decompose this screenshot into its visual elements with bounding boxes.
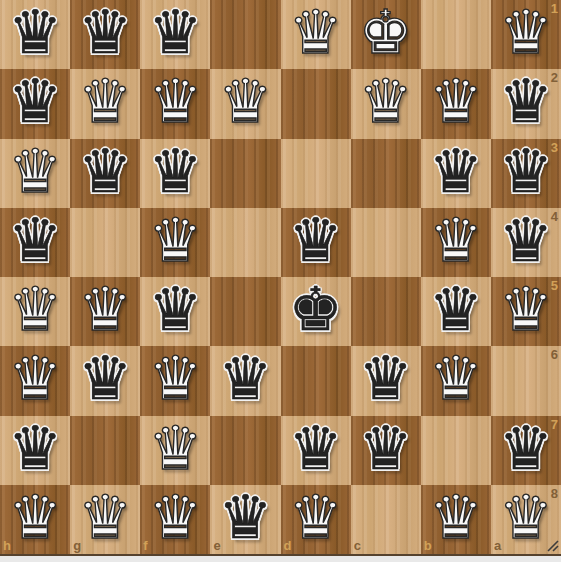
square-f4[interactable]: ♛ (140, 208, 210, 277)
black-king[interactable]: ♚ (289, 277, 343, 344)
white-queen[interactable]: ♛ (148, 69, 202, 136)
square-c6[interactable]: ♛ (351, 346, 421, 415)
black-queen[interactable]: ♛ (8, 0, 62, 67)
black-queen[interactable]: ♛ (219, 346, 273, 413)
white-queen[interactable]: ♛ (289, 0, 343, 67)
square-f5[interactable]: ♛ (140, 277, 210, 346)
black-queen[interactable]: ♛ (148, 0, 202, 67)
black-queen[interactable]: ♛ (499, 69, 553, 136)
square-c5[interactable] (351, 277, 421, 346)
square-h1[interactable]: ♛ (0, 0, 70, 69)
square-e5[interactable] (210, 277, 280, 346)
square-b1[interactable] (421, 0, 491, 69)
square-d6[interactable] (281, 346, 351, 415)
square-g4[interactable] (70, 208, 140, 277)
file-label-b: b (424, 539, 432, 552)
black-queen[interactable]: ♛ (289, 208, 343, 275)
square-b4[interactable]: ♛ (421, 208, 491, 277)
black-queen[interactable]: ♛ (499, 139, 553, 206)
square-a3[interactable]: ♛3 (491, 139, 561, 208)
white-queen[interactable]: ♛ (78, 277, 132, 344)
square-c8[interactable]: c (351, 485, 421, 554)
square-b2[interactable]: ♛ (421, 69, 491, 138)
square-a7[interactable]: ♛7 (491, 416, 561, 485)
file-label-e: e (213, 539, 220, 552)
white-queen[interactable]: ♛ (78, 485, 132, 552)
square-e6[interactable]: ♛ (210, 346, 280, 415)
white-queen[interactable]: ♛ (359, 69, 413, 136)
square-c1[interactable]: ♚ (351, 0, 421, 69)
square-c4[interactable] (351, 208, 421, 277)
square-c3[interactable] (351, 139, 421, 208)
black-queen[interactable]: ♛ (78, 0, 132, 67)
white-queen[interactable]: ♛ (289, 485, 343, 552)
white-queen[interactable]: ♛ (148, 346, 202, 413)
square-d2[interactable] (281, 69, 351, 138)
black-queen[interactable]: ♛ (499, 208, 553, 275)
black-queen[interactable]: ♛ (289, 416, 343, 483)
square-d4[interactable]: ♛ (281, 208, 351, 277)
square-h8[interactable]: ♛h (0, 485, 70, 554)
black-queen[interactable]: ♛ (8, 69, 62, 136)
file-label-c: c (354, 539, 361, 552)
square-b7[interactable] (421, 416, 491, 485)
square-f6[interactable]: ♛ (140, 346, 210, 415)
black-queen[interactable]: ♛ (8, 208, 62, 275)
resize-handle-icon[interactable] (545, 538, 559, 552)
black-queen[interactable]: ♛ (78, 139, 132, 206)
square-f8[interactable]: ♛f (140, 485, 210, 554)
file-label-a: a (494, 539, 501, 552)
square-d5[interactable]: ♚ (281, 277, 351, 346)
square-a6[interactable]: 6 (491, 346, 561, 415)
square-h5[interactable]: ♛ (0, 277, 70, 346)
square-b5[interactable]: ♛ (421, 277, 491, 346)
white-queen[interactable]: ♛ (148, 208, 202, 275)
black-queen[interactable]: ♛ (8, 416, 62, 483)
square-e1[interactable] (210, 0, 280, 69)
board-bottom-edge (0, 554, 561, 562)
square-g7[interactable] (70, 416, 140, 485)
square-h6[interactable]: ♛ (0, 346, 70, 415)
white-queen[interactable]: ♛ (429, 346, 483, 413)
white-queen[interactable]: ♛ (429, 485, 483, 552)
chess-board: ♛♛♛♛♚♛1♛♛♛♛♛♛♛2♛♛♛♛♛3♛♛♛♛♛4♛♛♛♚♛♛5♛♛♛♛♛♛… (0, 0, 561, 554)
black-queen[interactable]: ♛ (219, 485, 273, 552)
file-label-h: h (3, 539, 11, 552)
square-a5[interactable]: ♛5 (491, 277, 561, 346)
square-d7[interactable]: ♛ (281, 416, 351, 485)
white-queen[interactable]: ♛ (499, 0, 553, 67)
square-a1[interactable]: ♛1 (491, 0, 561, 69)
square-g2[interactable]: ♛ (70, 69, 140, 138)
file-label-g: g (73, 539, 81, 552)
square-e7[interactable] (210, 416, 280, 485)
square-e2[interactable]: ♛ (210, 69, 280, 138)
rank-label-1: 1 (551, 2, 558, 15)
white-queen[interactable]: ♛ (8, 277, 62, 344)
square-d1[interactable]: ♛ (281, 0, 351, 69)
rank-label-8: 8 (551, 487, 558, 500)
square-a4[interactable]: ♛4 (491, 208, 561, 277)
white-queen[interactable]: ♛ (148, 416, 202, 483)
white-queen[interactable]: ♛ (148, 485, 202, 552)
square-h3[interactable]: ♛ (0, 139, 70, 208)
square-f7[interactable]: ♛ (140, 416, 210, 485)
square-a2[interactable]: ♛2 (491, 69, 561, 138)
square-c7[interactable]: ♛ (351, 416, 421, 485)
black-queen[interactable]: ♛ (359, 346, 413, 413)
black-queen[interactable]: ♛ (429, 139, 483, 206)
black-queen[interactable]: ♛ (148, 277, 202, 344)
rank-label-5: 5 (551, 279, 558, 292)
square-b3[interactable]: ♛ (421, 139, 491, 208)
square-c2[interactable]: ♛ (351, 69, 421, 138)
square-d8[interactable]: ♛d (281, 485, 351, 554)
rank-label-2: 2 (551, 71, 558, 84)
square-h2[interactable]: ♛ (0, 69, 70, 138)
white-queen[interactable]: ♛ (78, 69, 132, 136)
square-b8[interactable]: ♛b (421, 485, 491, 554)
square-g6[interactable]: ♛ (70, 346, 140, 415)
white-queen[interactable]: ♛ (219, 69, 273, 136)
white-queen[interactable]: ♛ (429, 69, 483, 136)
white-queen[interactable]: ♛ (8, 139, 62, 206)
square-f1[interactable]: ♛ (140, 0, 210, 69)
rank-label-6: 6 (551, 348, 558, 361)
rank-label-4: 4 (551, 210, 558, 223)
square-e3[interactable] (210, 139, 280, 208)
square-e4[interactable] (210, 208, 280, 277)
chess-board-widget: ♛♛♛♛♚♛1♛♛♛♛♛♛♛2♛♛♛♛♛3♛♛♛♛♛4♛♛♛♚♛♛5♛♛♛♛♛♛… (0, 0, 561, 562)
square-g1[interactable]: ♛ (70, 0, 140, 69)
square-a8[interactable]: ♛8a (491, 485, 561, 554)
file-label-d: d (284, 539, 292, 552)
black-queen[interactable]: ♛ (359, 416, 413, 483)
square-h7[interactable]: ♛ (0, 416, 70, 485)
square-g8[interactable]: ♛g (70, 485, 140, 554)
white-queen[interactable]: ♛ (8, 346, 62, 413)
file-label-f: f (143, 539, 147, 552)
square-f2[interactable]: ♛ (140, 69, 210, 138)
square-f3[interactable]: ♛ (140, 139, 210, 208)
black-queen[interactable]: ♛ (148, 139, 202, 206)
square-g5[interactable]: ♛ (70, 277, 140, 346)
square-h4[interactable]: ♛ (0, 208, 70, 277)
white-king[interactable]: ♚ (359, 0, 413, 67)
square-b6[interactable]: ♛ (421, 346, 491, 415)
square-e8[interactable]: ♛e (210, 485, 280, 554)
black-queen[interactable]: ♛ (429, 277, 483, 344)
rank-label-3: 3 (551, 141, 558, 154)
white-queen[interactable]: ♛ (8, 485, 62, 552)
black-queen[interactable]: ♛ (499, 416, 553, 483)
white-queen[interactable]: ♛ (429, 208, 483, 275)
square-g3[interactable]: ♛ (70, 139, 140, 208)
square-d3[interactable] (281, 139, 351, 208)
rank-label-7: 7 (551, 418, 558, 431)
white-queen[interactable]: ♛ (499, 277, 553, 344)
black-queen[interactable]: ♛ (78, 346, 132, 413)
